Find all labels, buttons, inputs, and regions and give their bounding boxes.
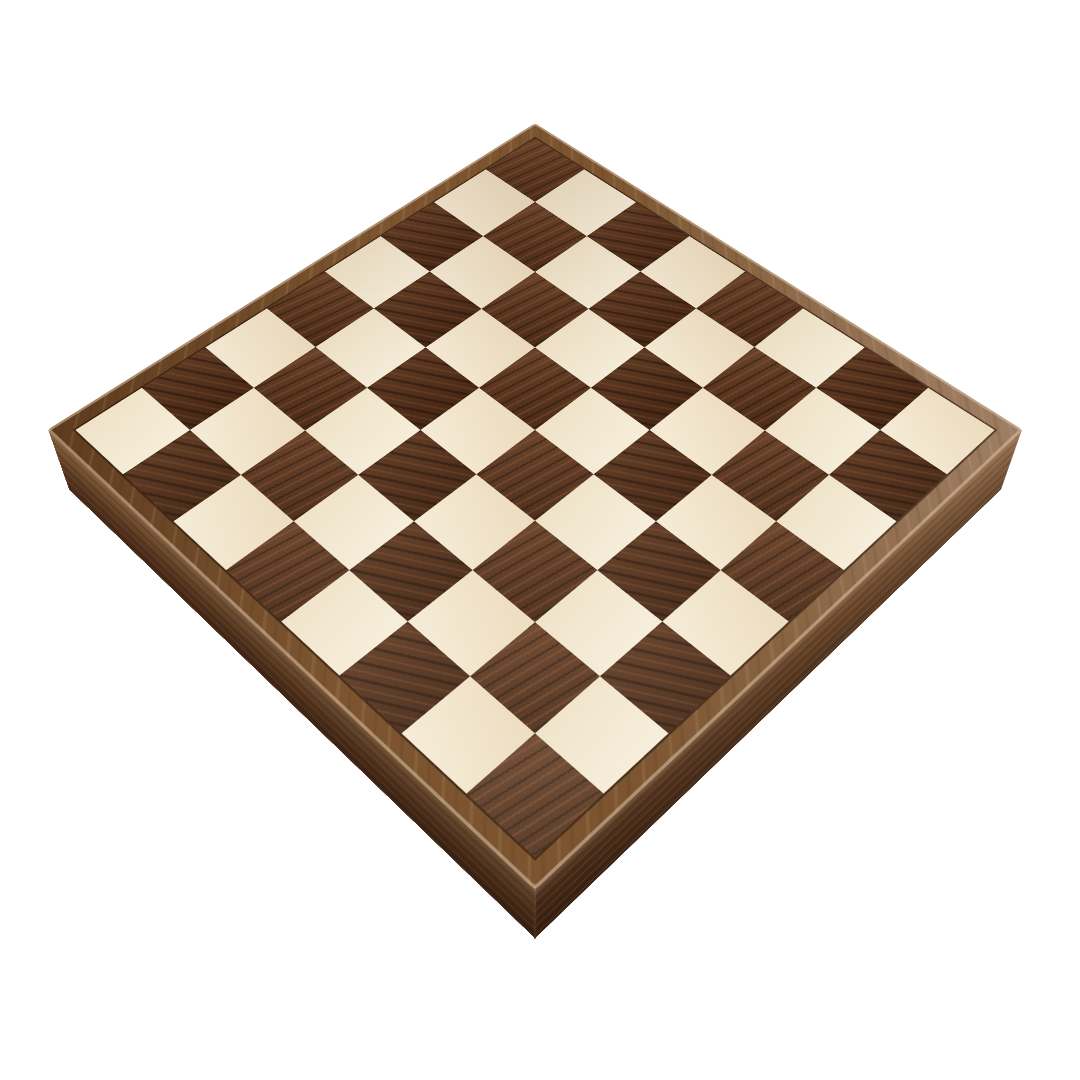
square-e4: [476, 430, 594, 521]
chessboard-grid: [75, 138, 994, 857]
square-h6: [776, 474, 897, 570]
square-e3: [414, 474, 535, 570]
square-h7: [829, 430, 947, 521]
square-f3: [473, 521, 597, 621]
product-photo-stage: [0, 0, 1080, 1080]
square-d3: [358, 430, 476, 521]
square-g6: [712, 430, 830, 521]
square-b1: [123, 430, 241, 521]
square-e2: [350, 521, 474, 621]
square-d1: [226, 521, 350, 621]
square-g2: [470, 621, 600, 733]
square-h2: [535, 676, 669, 794]
square-g3: [535, 570, 662, 676]
square-h4: [662, 570, 789, 676]
square-f1: [340, 621, 470, 733]
square-h5: [720, 521, 844, 621]
chessboard-3d: [47, 123, 1023, 890]
board-top-face: [47, 123, 1023, 890]
square-f5: [594, 430, 712, 521]
square-f2: [408, 570, 535, 676]
square-c1: [173, 474, 294, 570]
scene: [0, 0, 1080, 1080]
square-g1: [401, 676, 535, 794]
square-h1: [466, 733, 604, 857]
square-g5: [656, 474, 777, 570]
square-g4: [597, 521, 721, 621]
square-c2: [241, 430, 359, 521]
square-f4: [535, 474, 656, 570]
square-h3: [600, 621, 730, 733]
square-d2: [294, 474, 415, 570]
square-e1: [281, 570, 408, 676]
